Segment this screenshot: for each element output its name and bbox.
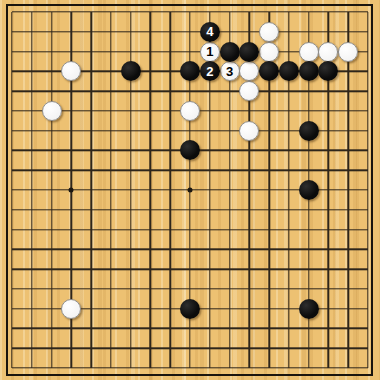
stone-black-o16[interactable] — [259, 61, 279, 81]
stone-white-r17[interactable] — [318, 42, 338, 62]
stone-white-n16[interactable] — [239, 61, 259, 81]
stone-white-m16-move-3[interactable]: 3 — [220, 61, 240, 81]
stone-black-g16[interactable] — [121, 61, 141, 81]
grid-line-horizontal — [12, 288, 368, 289]
go-board[interactable]: 1342 — [0, 0, 380, 380]
stone-white-o17[interactable] — [259, 42, 279, 62]
grid-line-horizontal — [12, 348, 368, 349]
grid-line-vertical — [348, 12, 349, 368]
stone-white-o18[interactable] — [259, 22, 279, 42]
stone-black-k16[interactable] — [180, 61, 200, 81]
stone-white-d4[interactable] — [61, 299, 81, 319]
grid-line-horizontal — [12, 268, 368, 269]
grid-line-vertical — [367, 12, 368, 368]
grid-line-horizontal — [12, 328, 368, 329]
stone-white-l17-move-1[interactable]: 1 — [200, 42, 220, 62]
stone-black-l16-move-2[interactable]: 2 — [200, 61, 220, 81]
stone-white-n15[interactable] — [239, 81, 259, 101]
stone-black-m17[interactable] — [220, 42, 240, 62]
grid-line-horizontal — [12, 209, 368, 210]
stone-white-d16[interactable] — [61, 61, 81, 81]
stone-black-n17[interactable] — [239, 42, 259, 62]
stone-white-q17[interactable] — [299, 42, 319, 62]
stone-white-c14[interactable] — [42, 101, 62, 121]
grid-line-horizontal — [12, 249, 368, 250]
stone-white-k14[interactable] — [180, 101, 200, 121]
grid-line-horizontal — [12, 229, 368, 230]
star-point — [69, 188, 74, 193]
stone-black-p16[interactable] — [279, 61, 299, 81]
stone-white-s17[interactable] — [338, 42, 358, 62]
stone-black-l18-move-4[interactable]: 4 — [200, 22, 220, 42]
stone-black-k4[interactable] — [180, 299, 200, 319]
stone-black-q16[interactable] — [299, 61, 319, 81]
grid-line-horizontal — [12, 367, 368, 368]
stone-white-n13[interactable] — [239, 121, 259, 141]
stone-black-r16[interactable] — [318, 61, 338, 81]
stone-black-q4[interactable] — [299, 299, 319, 319]
stone-black-q13[interactable] — [299, 121, 319, 141]
stone-black-q10[interactable] — [299, 180, 319, 200]
stone-black-k12[interactable] — [180, 140, 200, 160]
star-point — [188, 188, 193, 193]
